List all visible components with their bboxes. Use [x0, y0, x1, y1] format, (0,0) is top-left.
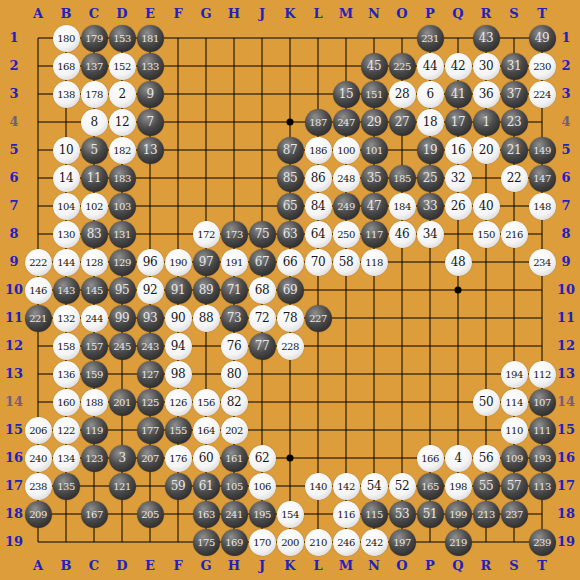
stone-M7[interactable]: 249	[333, 193, 360, 220]
stone-T2[interactable]: 230	[529, 53, 556, 80]
stone-T14[interactable]: 107	[529, 389, 556, 416]
stone-G9[interactable]: 97	[193, 249, 220, 276]
stone-E13[interactable]: 127	[137, 361, 164, 388]
stone-S15[interactable]: 110	[501, 417, 528, 444]
move-number: 37	[507, 87, 521, 101]
row-label-left-3: 3	[0, 85, 28, 103]
stone-J17[interactable]: 106	[249, 473, 276, 500]
stone-T7[interactable]: 148	[529, 193, 556, 220]
stone-C5[interactable]: 5	[81, 137, 108, 164]
stone-F16[interactable]: 176	[165, 445, 192, 472]
stone-P18[interactable]: 51	[417, 501, 444, 528]
stone-A15[interactable]: 206	[25, 417, 52, 444]
stone-L11[interactable]: 227	[305, 305, 332, 332]
stone-S8[interactable]: 216	[501, 221, 528, 248]
stone-P16[interactable]: 166	[417, 445, 444, 472]
stone-D7[interactable]: 103	[109, 193, 136, 220]
stone-K8[interactable]: 63	[277, 221, 304, 248]
move-number: 104	[57, 201, 75, 212]
move-number: 199	[449, 509, 467, 520]
stone-S18[interactable]: 237	[501, 501, 528, 528]
row-label-left-7: 7	[0, 197, 28, 215]
stone-D12[interactable]: 245	[109, 333, 136, 360]
stone-G11[interactable]: 88	[193, 305, 220, 332]
stone-B16[interactable]: 134	[53, 445, 80, 472]
move-number: 40	[479, 199, 493, 213]
stone-H16[interactable]: 161	[221, 445, 248, 472]
stone-N4[interactable]: 29	[361, 109, 388, 136]
stone-E11[interactable]: 93	[137, 305, 164, 332]
stone-E5[interactable]: 13	[137, 137, 164, 164]
col-label-bottom-O: O	[388, 557, 416, 575]
stone-N18[interactable]: 115	[361, 501, 388, 528]
stone-C18[interactable]: 167	[81, 501, 108, 528]
stone-R8[interactable]: 150	[473, 221, 500, 248]
stone-R7[interactable]: 40	[473, 193, 500, 220]
stone-B2[interactable]: 168	[53, 53, 80, 80]
stone-G18[interactable]: 163	[193, 501, 220, 528]
stone-Q17[interactable]: 198	[445, 473, 472, 500]
move-number: 80	[227, 367, 241, 381]
stone-C13[interactable]: 159	[81, 361, 108, 388]
stone-T1[interactable]: 49	[529, 25, 556, 52]
stone-T5[interactable]: 149	[529, 137, 556, 164]
stone-F10[interactable]: 91	[165, 277, 192, 304]
move-number: 185	[393, 173, 411, 184]
stone-G14[interactable]: 156	[193, 389, 220, 416]
stone-K5[interactable]: 87	[277, 137, 304, 164]
stone-Q19[interactable]: 219	[445, 529, 472, 556]
stone-L7[interactable]: 84	[305, 193, 332, 220]
stone-O17[interactable]: 52	[389, 473, 416, 500]
stone-F12[interactable]: 94	[165, 333, 192, 360]
stone-B13[interactable]: 136	[53, 361, 80, 388]
move-number: 105	[225, 481, 243, 492]
stone-A18[interactable]: 209	[25, 501, 52, 528]
stone-C16[interactable]: 123	[81, 445, 108, 472]
stone-O2[interactable]: 225	[389, 53, 416, 80]
stone-B6[interactable]: 14	[53, 165, 80, 192]
stone-Q2[interactable]: 42	[445, 53, 472, 80]
stone-L5[interactable]: 186	[305, 137, 332, 164]
move-number: 222	[29, 257, 47, 268]
stone-C9[interactable]: 128	[81, 249, 108, 276]
stone-B14[interactable]: 160	[53, 389, 80, 416]
stone-T3[interactable]: 224	[529, 81, 556, 108]
stone-E16[interactable]: 207	[137, 445, 164, 472]
stone-Q6[interactable]: 32	[445, 165, 472, 192]
move-number: 207	[141, 453, 159, 464]
col-label-bottom-P: P	[416, 557, 444, 575]
move-number: 224	[533, 89, 551, 100]
stone-A16[interactable]: 240	[25, 445, 52, 472]
col-label-top-T: T	[528, 5, 556, 23]
move-number: 183	[113, 173, 131, 184]
move-number: 31	[507, 59, 521, 73]
col-label-bottom-A: A	[24, 557, 52, 575]
col-label-top-H: H	[220, 5, 248, 23]
move-number: 56	[479, 451, 493, 465]
stone-R2[interactable]: 30	[473, 53, 500, 80]
stone-K18[interactable]: 154	[277, 501, 304, 528]
stone-F13[interactable]: 98	[165, 361, 192, 388]
row-label-left-1: 1	[0, 29, 28, 47]
stone-H9[interactable]: 191	[221, 249, 248, 276]
stone-E3[interactable]: 9	[137, 81, 164, 108]
stone-C3[interactable]: 178	[81, 81, 108, 108]
go-board[interactable]: AABBCCDDEEFFGGHHJJKKLLMMNNOOPPQQRRSSTT11…	[0, 0, 580, 580]
move-number: 66	[283, 255, 297, 269]
move-number: 244	[85, 313, 103, 324]
stone-D17[interactable]: 121	[109, 473, 136, 500]
stone-Q3[interactable]: 41	[445, 81, 472, 108]
stone-B17[interactable]: 135	[53, 473, 80, 500]
stone-A17[interactable]: 238	[25, 473, 52, 500]
move-number: 179	[85, 33, 103, 44]
stone-G19[interactable]: 175	[193, 529, 220, 556]
move-number: 58	[339, 255, 353, 269]
stone-K9[interactable]: 66	[277, 249, 304, 276]
move-number: 46	[395, 227, 409, 241]
stone-P3[interactable]: 6	[417, 81, 444, 108]
stone-F14[interactable]: 126	[165, 389, 192, 416]
move-number: 34	[423, 227, 437, 241]
stone-S5[interactable]: 21	[501, 137, 528, 164]
col-label-bottom-S: S	[500, 557, 528, 575]
stone-Q7[interactable]: 26	[445, 193, 472, 220]
stone-E2[interactable]: 133	[137, 53, 164, 80]
stone-L4[interactable]: 187	[305, 109, 332, 136]
stone-S17[interactable]: 57	[501, 473, 528, 500]
stone-J8[interactable]: 75	[249, 221, 276, 248]
stone-R17[interactable]: 55	[473, 473, 500, 500]
row-label-right-4: 4	[552, 113, 580, 131]
stone-T19[interactable]: 239	[529, 529, 556, 556]
move-number: 17	[451, 115, 465, 129]
stone-S2[interactable]: 31	[501, 53, 528, 80]
stone-D5[interactable]: 182	[109, 137, 136, 164]
stone-D9[interactable]: 129	[109, 249, 136, 276]
stone-N9[interactable]: 118	[361, 249, 388, 276]
stone-R4[interactable]: 1	[473, 109, 500, 136]
move-number: 109	[505, 453, 523, 464]
stone-B11[interactable]: 132	[53, 305, 80, 332]
stone-P1[interactable]: 231	[417, 25, 444, 52]
move-number: 145	[85, 285, 103, 296]
stone-R14[interactable]: 50	[473, 389, 500, 416]
stone-L17[interactable]: 140	[305, 473, 332, 500]
stone-E4[interactable]: 7	[137, 109, 164, 136]
stone-N19[interactable]: 242	[361, 529, 388, 556]
stone-Q5[interactable]: 16	[445, 137, 472, 164]
move-number: 71	[227, 283, 241, 297]
stone-P2[interactable]: 44	[417, 53, 444, 80]
move-number: 213	[477, 509, 495, 520]
move-number: 9	[146, 87, 153, 101]
move-number: 6	[426, 87, 433, 101]
stone-O8[interactable]: 46	[389, 221, 416, 248]
col-label-top-G: G	[192, 5, 220, 23]
stone-D14[interactable]: 201	[109, 389, 136, 416]
stone-D11[interactable]: 99	[109, 305, 136, 332]
move-number: 91	[171, 283, 185, 297]
move-number: 16	[451, 143, 465, 157]
move-number: 125	[141, 397, 159, 408]
move-number: 7	[146, 115, 153, 129]
move-number: 134	[57, 453, 75, 464]
col-label-top-Q: Q	[444, 5, 472, 23]
row-label-left-9: 9	[0, 253, 28, 271]
stone-H14[interactable]: 82	[221, 389, 248, 416]
stone-C11[interactable]: 244	[81, 305, 108, 332]
stone-N17[interactable]: 54	[361, 473, 388, 500]
move-number: 250	[337, 229, 355, 240]
stone-P7[interactable]: 33	[417, 193, 444, 220]
stone-M5[interactable]: 100	[333, 137, 360, 164]
stone-E14[interactable]: 125	[137, 389, 164, 416]
stone-G16[interactable]: 60	[193, 445, 220, 472]
move-number: 98	[171, 367, 185, 381]
stone-O6[interactable]: 185	[389, 165, 416, 192]
stone-C14[interactable]: 188	[81, 389, 108, 416]
stone-E10[interactable]: 92	[137, 277, 164, 304]
move-number: 242	[365, 537, 383, 548]
stone-J19[interactable]: 170	[249, 529, 276, 556]
stone-C1[interactable]: 179	[81, 25, 108, 52]
stone-S6[interactable]: 22	[501, 165, 528, 192]
stone-C12[interactable]: 157	[81, 333, 108, 360]
stone-P4[interactable]: 18	[417, 109, 444, 136]
stone-A10[interactable]: 146	[25, 277, 52, 304]
stone-K7[interactable]: 65	[277, 193, 304, 220]
stone-A11[interactable]: 221	[25, 305, 52, 332]
stone-E18[interactable]: 205	[137, 501, 164, 528]
stone-O18[interactable]: 53	[389, 501, 416, 528]
stone-K10[interactable]: 69	[277, 277, 304, 304]
move-number: 41	[451, 87, 465, 101]
move-number: 129	[113, 257, 131, 268]
stone-Q16[interactable]: 4	[445, 445, 472, 472]
move-number: 170	[253, 537, 271, 548]
row-label-left-2: 2	[0, 57, 28, 75]
stone-N2[interactable]: 45	[361, 53, 388, 80]
stone-Q9[interactable]: 48	[445, 249, 472, 276]
move-number: 205	[141, 509, 159, 520]
move-number: 147	[533, 173, 551, 184]
stone-E9[interactable]: 96	[137, 249, 164, 276]
stone-D10[interactable]: 95	[109, 277, 136, 304]
stone-C15[interactable]: 119	[81, 417, 108, 444]
stone-B9[interactable]: 144	[53, 249, 80, 276]
move-number: 190	[169, 257, 187, 268]
stone-H15[interactable]: 202	[221, 417, 248, 444]
stone-E12[interactable]: 243	[137, 333, 164, 360]
stone-R3[interactable]: 36	[473, 81, 500, 108]
stone-F15[interactable]: 155	[165, 417, 192, 444]
stone-H13[interactable]: 80	[221, 361, 248, 388]
move-number: 142	[337, 481, 355, 492]
stone-B3[interactable]: 138	[53, 81, 80, 108]
stone-O7[interactable]: 184	[389, 193, 416, 220]
row-label-left-12: 12	[0, 337, 28, 355]
move-number: 49	[535, 31, 549, 45]
stone-M6[interactable]: 248	[333, 165, 360, 192]
stone-C8[interactable]: 83	[81, 221, 108, 248]
stone-D3[interactable]: 2	[109, 81, 136, 108]
stone-B7[interactable]: 104	[53, 193, 80, 220]
stone-C6[interactable]: 11	[81, 165, 108, 192]
stone-B8[interactable]: 130	[53, 221, 80, 248]
stone-H12[interactable]: 76	[221, 333, 248, 360]
stone-T13[interactable]: 112	[529, 361, 556, 388]
move-number: 59	[171, 479, 185, 493]
stone-F9[interactable]: 190	[165, 249, 192, 276]
stone-D4[interactable]: 12	[109, 109, 136, 136]
stone-D8[interactable]: 131	[109, 221, 136, 248]
stone-B12[interactable]: 158	[53, 333, 80, 360]
stone-M8[interactable]: 250	[333, 221, 360, 248]
stone-G15[interactable]: 164	[193, 417, 220, 444]
stone-L8[interactable]: 64	[305, 221, 332, 248]
stone-R1[interactable]: 43	[473, 25, 500, 52]
move-number: 117	[365, 229, 383, 240]
stone-S3[interactable]: 37	[501, 81, 528, 108]
stone-L6[interactable]: 86	[305, 165, 332, 192]
stone-H18[interactable]: 241	[221, 501, 248, 528]
stone-G8[interactable]: 172	[193, 221, 220, 248]
stone-H19[interactable]: 169	[221, 529, 248, 556]
stone-N7[interactable]: 47	[361, 193, 388, 220]
stone-E1[interactable]: 181	[137, 25, 164, 52]
row-label-right-6: 6	[552, 169, 580, 187]
move-number: 245	[113, 341, 131, 352]
stone-Q4[interactable]: 17	[445, 109, 472, 136]
stone-K11[interactable]: 78	[277, 305, 304, 332]
stone-C4[interactable]: 8	[81, 109, 108, 136]
stone-O3[interactable]: 28	[389, 81, 416, 108]
stone-M17[interactable]: 142	[333, 473, 360, 500]
col-label-bottom-E: E	[136, 557, 164, 575]
stone-T17[interactable]: 113	[529, 473, 556, 500]
stone-J16[interactable]: 62	[249, 445, 276, 472]
stone-A9[interactable]: 222	[25, 249, 52, 276]
stone-O19[interactable]: 197	[389, 529, 416, 556]
stone-P5[interactable]: 19	[417, 137, 444, 164]
stone-J10[interactable]: 68	[249, 277, 276, 304]
col-label-top-C: C	[80, 5, 108, 23]
move-number: 231	[421, 33, 439, 44]
move-number: 152	[113, 61, 131, 72]
stone-J11[interactable]: 72	[249, 305, 276, 332]
stone-P17[interactable]: 165	[417, 473, 444, 500]
move-number: 118	[365, 257, 383, 268]
stone-S16[interactable]: 109	[501, 445, 528, 472]
row-label-left-4: 4	[0, 113, 28, 131]
stone-D1[interactable]: 153	[109, 25, 136, 52]
stone-S14[interactable]: 114	[501, 389, 528, 416]
move-number: 45	[367, 59, 381, 73]
stone-D6[interactable]: 183	[109, 165, 136, 192]
stone-H17[interactable]: 105	[221, 473, 248, 500]
move-number: 240	[29, 453, 47, 464]
stone-T15[interactable]: 111	[529, 417, 556, 444]
stone-T6[interactable]: 147	[529, 165, 556, 192]
move-number: 137	[85, 61, 103, 72]
stone-R18[interactable]: 213	[473, 501, 500, 528]
stone-J9[interactable]: 67	[249, 249, 276, 276]
move-number: 177	[141, 425, 159, 436]
stone-N5[interactable]: 101	[361, 137, 388, 164]
stone-H11[interactable]: 73	[221, 305, 248, 332]
stone-S4[interactable]: 23	[501, 109, 528, 136]
stone-K19[interactable]: 200	[277, 529, 304, 556]
stone-B10[interactable]: 143	[53, 277, 80, 304]
stone-Q18[interactable]: 199	[445, 501, 472, 528]
stone-B5[interactable]: 10	[53, 137, 80, 164]
stone-M19[interactable]: 246	[333, 529, 360, 556]
move-number: 149	[533, 145, 551, 156]
stone-P8[interactable]: 34	[417, 221, 444, 248]
move-number: 68	[255, 283, 269, 297]
stone-T16[interactable]: 193	[529, 445, 556, 472]
stone-H10[interactable]: 71	[221, 277, 248, 304]
move-number: 241	[225, 509, 243, 520]
col-label-bottom-N: N	[360, 557, 388, 575]
stone-C2[interactable]: 137	[81, 53, 108, 80]
stone-T9[interactable]: 234	[529, 249, 556, 276]
col-label-bottom-G: G	[192, 557, 220, 575]
stone-H8[interactable]: 173	[221, 221, 248, 248]
move-number: 96	[143, 255, 157, 269]
stone-E15[interactable]: 177	[137, 417, 164, 444]
stone-F11[interactable]: 90	[165, 305, 192, 332]
stone-M9[interactable]: 58	[333, 249, 360, 276]
stone-B15[interactable]: 122	[53, 417, 80, 444]
stone-K6[interactable]: 85	[277, 165, 304, 192]
stone-R16[interactable]: 56	[473, 445, 500, 472]
stone-M4[interactable]: 247	[333, 109, 360, 136]
move-number: 200	[281, 537, 299, 548]
move-number: 234	[533, 257, 551, 268]
col-label-bottom-K: K	[276, 557, 304, 575]
stone-L19[interactable]: 210	[305, 529, 332, 556]
stone-G17[interactable]: 61	[193, 473, 220, 500]
stone-L9[interactable]: 70	[305, 249, 332, 276]
stone-M3[interactable]: 15	[333, 81, 360, 108]
stone-N3[interactable]: 151	[361, 81, 388, 108]
stone-M18[interactable]: 116	[333, 501, 360, 528]
stone-D2[interactable]: 152	[109, 53, 136, 80]
stone-S13[interactable]: 194	[501, 361, 528, 388]
stone-K12[interactable]: 228	[277, 333, 304, 360]
stone-B1[interactable]: 180	[53, 25, 80, 52]
stone-D16[interactable]: 3	[109, 445, 136, 472]
stone-P6[interactable]: 25	[417, 165, 444, 192]
move-number: 157	[85, 341, 103, 352]
stone-J18[interactable]: 195	[249, 501, 276, 528]
stone-N6[interactable]: 35	[361, 165, 388, 192]
stone-N8[interactable]: 117	[361, 221, 388, 248]
stone-F17[interactable]: 59	[165, 473, 192, 500]
move-number: 28	[395, 87, 409, 101]
col-label-top-L: L	[304, 5, 332, 23]
stone-C10[interactable]: 145	[81, 277, 108, 304]
stone-C7[interactable]: 102	[81, 193, 108, 220]
stone-J12[interactable]: 77	[249, 333, 276, 360]
stone-G10[interactable]: 89	[193, 277, 220, 304]
stone-R5[interactable]: 20	[473, 137, 500, 164]
stone-O4[interactable]: 27	[389, 109, 416, 136]
